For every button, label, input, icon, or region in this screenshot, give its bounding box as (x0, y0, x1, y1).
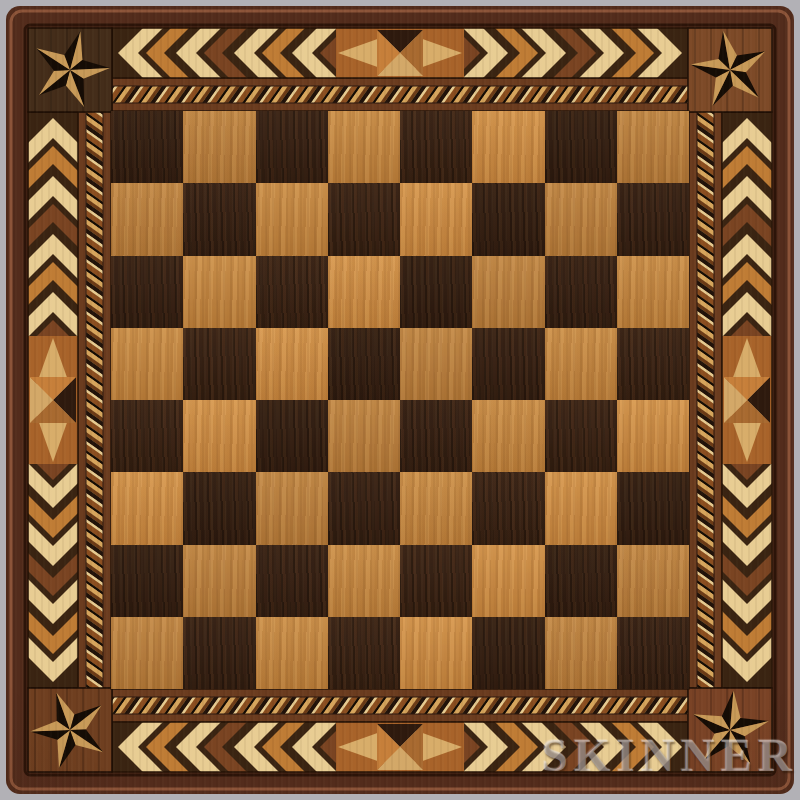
square-d5[interactable] (328, 328, 400, 400)
square-g8[interactable] (545, 111, 617, 183)
square-c5[interactable] (256, 328, 328, 400)
square-h8[interactable] (617, 111, 689, 183)
square-b2[interactable] (183, 545, 255, 617)
chevron-border-bottom (112, 722, 688, 772)
square-f3[interactable] (472, 472, 544, 544)
square-g3[interactable] (545, 472, 617, 544)
square-c3[interactable] (256, 472, 328, 544)
game-board (111, 111, 689, 689)
square-f8[interactable] (472, 111, 544, 183)
square-a2[interactable] (111, 545, 183, 617)
square-b1[interactable] (183, 617, 255, 689)
rail (112, 714, 688, 722)
stripe-band-top (98, 86, 713, 103)
square-h4[interactable] (617, 400, 689, 472)
square-c2[interactable] (256, 545, 328, 617)
square-d6[interactable] (328, 256, 400, 328)
rail (112, 78, 688, 86)
square-e3[interactable] (400, 472, 472, 544)
square-e6[interactable] (400, 256, 472, 328)
square-a3[interactable] (111, 472, 183, 544)
square-a7[interactable] (111, 183, 183, 255)
square-f6[interactable] (472, 256, 544, 328)
square-f7[interactable] (472, 183, 544, 255)
square-b8[interactable] (183, 111, 255, 183)
square-c4[interactable] (256, 400, 328, 472)
corner-star-bottom-right (688, 688, 772, 772)
square-b4[interactable] (183, 400, 255, 472)
square-g7[interactable] (545, 183, 617, 255)
board-photo: SKINNER (0, 0, 800, 800)
square-b7[interactable] (183, 183, 255, 255)
corner-star-top-right (688, 28, 772, 112)
square-g5[interactable] (545, 328, 617, 400)
square-e8[interactable] (400, 111, 472, 183)
square-g2[interactable] (545, 545, 617, 617)
square-f5[interactable] (472, 328, 544, 400)
square-d1[interactable] (328, 617, 400, 689)
square-a4[interactable] (111, 400, 183, 472)
square-c1[interactable] (256, 617, 328, 689)
square-d8[interactable] (328, 111, 400, 183)
square-b5[interactable] (183, 328, 255, 400)
corner-star-bottom-left (28, 688, 112, 772)
square-e4[interactable] (400, 400, 472, 472)
square-a6[interactable] (111, 256, 183, 328)
square-c7[interactable] (256, 183, 328, 255)
chevron-border-top (112, 28, 688, 78)
chevron-border-right (722, 112, 772, 688)
corner-star-top-left (28, 28, 112, 112)
square-d2[interactable] (328, 545, 400, 617)
square-g6[interactable] (545, 256, 617, 328)
square-h6[interactable] (617, 256, 689, 328)
square-e5[interactable] (400, 328, 472, 400)
square-a5[interactable] (111, 328, 183, 400)
square-e1[interactable] (400, 617, 472, 689)
square-f1[interactable] (472, 617, 544, 689)
square-d7[interactable] (328, 183, 400, 255)
square-b6[interactable] (183, 256, 255, 328)
rail (689, 112, 697, 688)
rail (112, 689, 688, 697)
stripe-band-left (86, 98, 103, 713)
square-c8[interactable] (256, 111, 328, 183)
square-e2[interactable] (400, 545, 472, 617)
square-f4[interactable] (472, 400, 544, 472)
square-d3[interactable] (328, 472, 400, 544)
square-g4[interactable] (545, 400, 617, 472)
square-e7[interactable] (400, 183, 472, 255)
square-d4[interactable] (328, 400, 400, 472)
square-a1[interactable] (111, 617, 183, 689)
square-h1[interactable] (617, 617, 689, 689)
rail (78, 112, 86, 688)
square-h2[interactable] (617, 545, 689, 617)
square-g1[interactable] (545, 617, 617, 689)
square-h3[interactable] (617, 472, 689, 544)
stripe-band-bottom (98, 697, 713, 714)
rail (714, 112, 722, 688)
square-b3[interactable] (183, 472, 255, 544)
stripe-band-right (697, 98, 714, 713)
chevron-border-left (28, 112, 78, 688)
square-c6[interactable] (256, 256, 328, 328)
square-h7[interactable] (617, 183, 689, 255)
square-a8[interactable] (111, 111, 183, 183)
rail (112, 103, 688, 111)
square-f2[interactable] (472, 545, 544, 617)
rail (103, 112, 111, 688)
square-h5[interactable] (617, 328, 689, 400)
